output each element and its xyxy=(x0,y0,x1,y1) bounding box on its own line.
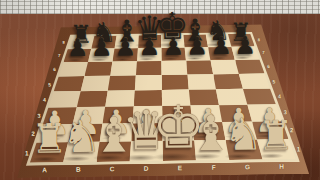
square-a5[interactable] xyxy=(53,76,84,91)
rank-label-left-5: 5 xyxy=(48,81,51,87)
piece-white-rook-h1[interactable]: ♜ xyxy=(255,116,296,157)
file-label-bottom-B: B xyxy=(76,166,81,173)
rank-label-right-1: 1 xyxy=(297,145,301,152)
square-c6[interactable] xyxy=(110,61,137,75)
rank-label-left-7: 7 xyxy=(58,53,61,58)
square-a6[interactable] xyxy=(58,62,88,77)
chess-board: AABBCCDDEEFFGGHH8877665544332211♜♞♝♛♚♝♞♜… xyxy=(0,0,320,180)
file-label-bottom-E: E xyxy=(178,164,182,171)
square-b5[interactable] xyxy=(81,76,111,91)
rank-label-right-4: 4 xyxy=(278,93,281,99)
rank-label-right-7: 7 xyxy=(262,50,265,55)
file-label-bottom-G: G xyxy=(245,163,250,170)
square-d6[interactable] xyxy=(136,61,162,75)
square-h6[interactable] xyxy=(235,59,265,74)
rank-label-right-6: 6 xyxy=(267,64,270,69)
square-e5[interactable] xyxy=(162,75,189,90)
piece-black-pawn-b7[interactable]: ♟ xyxy=(89,35,114,60)
square-f5[interactable] xyxy=(187,74,216,89)
file-label-bottom-C: C xyxy=(110,165,115,172)
rank-label-right-8: 8 xyxy=(258,37,260,42)
rank-label-left-1: 1 xyxy=(25,149,29,156)
file-label-bottom-H: H xyxy=(279,163,284,170)
rank-label-left-4: 4 xyxy=(43,97,46,103)
square-c5[interactable] xyxy=(108,75,137,90)
rank-label-right-5: 5 xyxy=(272,78,275,84)
file-label-bottom-F: F xyxy=(212,164,216,171)
file-label-bottom-A: A xyxy=(42,166,47,173)
square-e6[interactable] xyxy=(161,61,187,75)
rank-label-left-6: 6 xyxy=(53,67,56,72)
piece-black-pawn-a7[interactable]: ♟ xyxy=(65,35,90,60)
piece-black-pawn-g7[interactable]: ♟ xyxy=(209,33,234,58)
file-label-bottom-D: D xyxy=(144,165,149,172)
piece-black-pawn-c7[interactable]: ♟ xyxy=(113,35,138,60)
piece-black-pawn-d7[interactable]: ♟ xyxy=(137,34,162,59)
square-g6[interactable] xyxy=(210,60,238,74)
piece-black-pawn-f7[interactable]: ♟ xyxy=(185,34,210,59)
square-b6[interactable] xyxy=(84,62,112,76)
square-g5[interactable] xyxy=(213,74,243,89)
square-d5[interactable] xyxy=(135,75,162,90)
piece-black-pawn-e7[interactable]: ♟ xyxy=(161,34,186,59)
square-f6[interactable] xyxy=(186,60,213,74)
photo-scene: AABBCCDDEEFFGGHH8877665544332211♜♞♝♛♚♝♞♜… xyxy=(0,0,320,180)
piece-black-pawn-h7[interactable]: ♟ xyxy=(233,33,258,58)
